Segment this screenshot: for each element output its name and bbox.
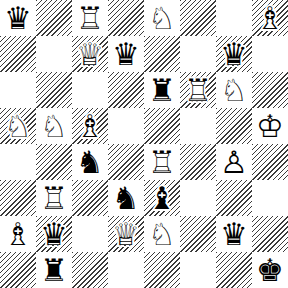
- black-bishop-e3: ♝: [144, 180, 180, 216]
- square-g5[interactable]: [216, 108, 252, 144]
- white-king-h5: ♔: [252, 108, 288, 144]
- square-a4[interactable]: [0, 144, 36, 180]
- square-h5[interactable]: ♚♔: [252, 108, 288, 144]
- white-knight-b5: ♘: [36, 108, 72, 144]
- square-c5[interactable]: ♝♗: [72, 108, 108, 144]
- square-d3[interactable]: ♞♞: [108, 180, 144, 216]
- square-f7[interactable]: [180, 36, 216, 72]
- square-d2[interactable]: ♛♕: [108, 216, 144, 252]
- square-g4[interactable]: ♟♙: [216, 144, 252, 180]
- square-e2[interactable]: ♞♘: [144, 216, 180, 252]
- square-f8[interactable]: [180, 0, 216, 36]
- black-knight-d3: ♞: [108, 180, 144, 216]
- square-g2[interactable]: ♛♛: [216, 216, 252, 252]
- black-queen-g7: ♛: [216, 36, 252, 72]
- black-rook-b1: ♜: [36, 252, 72, 288]
- square-g1[interactable]: [216, 252, 252, 288]
- black-knight-c4: ♞: [72, 144, 108, 180]
- square-e4[interactable]: ♜♖: [144, 144, 180, 180]
- square-a1[interactable]: [0, 252, 36, 288]
- square-b1[interactable]: ♜♜: [36, 252, 72, 288]
- square-h3[interactable]: [252, 180, 288, 216]
- white-bishop-c5: ♗: [72, 108, 108, 144]
- square-c7[interactable]: ♛♕: [72, 36, 108, 72]
- square-d1[interactable]: [108, 252, 144, 288]
- square-f1[interactable]: [180, 252, 216, 288]
- square-e5[interactable]: [144, 108, 180, 144]
- black-queen-g2: ♛: [216, 216, 252, 252]
- square-b2[interactable]: ♛♛: [36, 216, 72, 252]
- square-f6[interactable]: ♜♖: [180, 72, 216, 108]
- square-a2[interactable]: ♝♗: [0, 216, 36, 252]
- square-d6[interactable]: [108, 72, 144, 108]
- square-b5[interactable]: ♞♘: [36, 108, 72, 144]
- square-h7[interactable]: [252, 36, 288, 72]
- square-e6[interactable]: ♜♜: [144, 72, 180, 108]
- square-f3[interactable]: [180, 180, 216, 216]
- square-b8[interactable]: [36, 0, 72, 36]
- square-g3[interactable]: [216, 180, 252, 216]
- square-h4[interactable]: [252, 144, 288, 180]
- black-king-h1: ♚: [252, 252, 288, 288]
- white-bishop-h8: ♗: [252, 0, 288, 36]
- white-bishop-a2: ♗: [0, 216, 36, 252]
- square-a3[interactable]: [0, 180, 36, 216]
- square-c8[interactable]: ♜♖: [72, 0, 108, 36]
- square-h1[interactable]: ♚♚: [252, 252, 288, 288]
- square-b3[interactable]: ♜♖: [36, 180, 72, 216]
- square-b4[interactable]: [36, 144, 72, 180]
- square-c3[interactable]: [72, 180, 108, 216]
- square-f5[interactable]: [180, 108, 216, 144]
- square-g8[interactable]: [216, 0, 252, 36]
- square-c6[interactable]: [72, 72, 108, 108]
- square-a6[interactable]: [0, 72, 36, 108]
- square-e8[interactable]: ♞♘: [144, 0, 180, 36]
- square-h2[interactable]: [252, 216, 288, 252]
- white-rook-f6: ♖: [180, 72, 216, 108]
- square-d7[interactable]: ♛♛: [108, 36, 144, 72]
- white-knight-a5: ♘: [0, 108, 36, 144]
- white-queen-c7: ♕: [72, 36, 108, 72]
- square-c4[interactable]: ♞♞: [72, 144, 108, 180]
- white-pawn-g4: ♙: [216, 144, 252, 180]
- square-f4[interactable]: [180, 144, 216, 180]
- square-d5[interactable]: [108, 108, 144, 144]
- square-h6[interactable]: [252, 72, 288, 108]
- square-a7[interactable]: [0, 36, 36, 72]
- white-rook-e4: ♖: [144, 144, 180, 180]
- white-knight-e2: ♘: [144, 216, 180, 252]
- square-d8[interactable]: [108, 0, 144, 36]
- square-c2[interactable]: [72, 216, 108, 252]
- square-g7[interactable]: ♛♛: [216, 36, 252, 72]
- white-queen-d2: ♕: [108, 216, 144, 252]
- square-g6[interactable]: ♞♘: [216, 72, 252, 108]
- square-h8[interactable]: ♝♗: [252, 0, 288, 36]
- square-e1[interactable]: [144, 252, 180, 288]
- square-d4[interactable]: [108, 144, 144, 180]
- black-queen-b2: ♛: [36, 216, 72, 252]
- square-c1[interactable]: [72, 252, 108, 288]
- white-rook-b3: ♖: [36, 180, 72, 216]
- square-f2[interactable]: [180, 216, 216, 252]
- square-a5[interactable]: ♞♘: [0, 108, 36, 144]
- white-knight-g6: ♘: [216, 72, 252, 108]
- square-e3[interactable]: ♝♝: [144, 180, 180, 216]
- white-rook-c8: ♖: [72, 0, 108, 36]
- chess-board: ♛♛♜♖♞♘♝♗♛♕♛♛♛♛♜♜♜♖♞♘♞♘♞♘♝♗♚♔♞♞♜♖♟♙♜♖♞♞♝♝…: [0, 0, 288, 288]
- square-a8[interactable]: ♛♛: [0, 0, 36, 36]
- black-rook-e6: ♜: [144, 72, 180, 108]
- square-b6[interactable]: [36, 72, 72, 108]
- square-e7[interactable]: [144, 36, 180, 72]
- white-knight-e8: ♘: [144, 0, 180, 36]
- black-queen-a8: ♛: [0, 0, 36, 36]
- square-b7[interactable]: [36, 36, 72, 72]
- black-queen-d7: ♛: [108, 36, 144, 72]
